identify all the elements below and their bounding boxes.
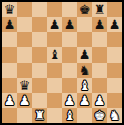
square-d5[interactable]: ♝ — [47, 47, 62, 62]
square-h7[interactable]: ♟ — [107, 17, 122, 32]
square-a5[interactable] — [2, 47, 17, 62]
square-h3[interactable] — [107, 78, 122, 93]
square-e5[interactable] — [62, 47, 77, 62]
piece-white-pawn[interactable]: ♟ — [64, 94, 76, 107]
piece-white-pawn[interactable]: ♟ — [79, 94, 91, 107]
piece-white-bishop[interactable]: ♝ — [79, 79, 91, 92]
board-frame: ♛♚♜♟♟♟♟♟♝♟♞♛♝♟♟♟♟♟♜♝♚♞ — [0, 0, 124, 125]
square-g2[interactable]: ♟ — [92, 93, 107, 108]
square-c4[interactable] — [32, 63, 47, 78]
square-a7[interactable]: ♟ — [2, 17, 17, 32]
piece-black-pawn[interactable]: ♟ — [64, 18, 76, 31]
square-h8[interactable] — [107, 2, 122, 17]
square-c6[interactable] — [32, 32, 47, 47]
piece-black-pawn[interactable]: ♟ — [94, 18, 106, 31]
square-h5[interactable] — [107, 47, 122, 62]
square-c7[interactable] — [32, 17, 47, 32]
square-b6[interactable] — [17, 32, 32, 47]
piece-black-queen[interactable]: ♛ — [19, 79, 31, 92]
piece-white-pawn[interactable]: ♟ — [94, 94, 106, 107]
square-b1[interactable] — [17, 108, 32, 123]
square-f2[interactable]: ♟ — [77, 93, 92, 108]
square-a2[interactable]: ♟ — [2, 93, 17, 108]
piece-white-king[interactable]: ♚ — [94, 109, 106, 122]
square-g8[interactable]: ♜ — [92, 2, 107, 17]
square-c2[interactable] — [32, 93, 47, 108]
square-d8[interactable] — [47, 2, 62, 17]
square-f7[interactable] — [77, 17, 92, 32]
piece-black-king[interactable]: ♚ — [79, 3, 91, 16]
square-e2[interactable]: ♟ — [62, 93, 77, 108]
square-e7[interactable]: ♟ — [62, 17, 77, 32]
square-h2[interactable] — [107, 93, 122, 108]
square-f3[interactable]: ♝ — [77, 78, 92, 93]
square-d4[interactable] — [47, 63, 62, 78]
square-a1[interactable] — [2, 108, 17, 123]
square-d7[interactable]: ♟ — [47, 17, 62, 32]
square-g3[interactable] — [92, 78, 107, 93]
square-a6[interactable] — [2, 32, 17, 47]
square-f6[interactable] — [77, 32, 92, 47]
piece-white-pawn[interactable]: ♟ — [19, 94, 31, 107]
square-a3[interactable] — [2, 78, 17, 93]
piece-black-pawn[interactable]: ♟ — [4, 18, 16, 31]
square-g6[interactable] — [92, 32, 107, 47]
piece-white-knight[interactable]: ♞ — [109, 109, 121, 122]
square-b4[interactable] — [17, 63, 32, 78]
square-f1[interactable] — [77, 108, 92, 123]
square-e3[interactable] — [62, 78, 77, 93]
piece-black-pawn[interactable]: ♟ — [109, 18, 121, 31]
square-e6[interactable] — [62, 32, 77, 47]
square-c5[interactable] — [32, 47, 47, 62]
piece-black-bishop[interactable]: ♝ — [49, 48, 61, 61]
square-g5[interactable] — [92, 47, 107, 62]
square-b7[interactable] — [17, 17, 32, 32]
chess-board: ♛♚♜♟♟♟♟♟♝♟♞♛♝♟♟♟♟♟♜♝♚♞ — [2, 2, 122, 123]
square-f4[interactable]: ♞ — [77, 63, 92, 78]
square-c3[interactable] — [32, 78, 47, 93]
square-f8[interactable]: ♚ — [77, 2, 92, 17]
square-b8[interactable] — [17, 2, 32, 17]
square-a4[interactable] — [2, 63, 17, 78]
square-h1[interactable]: ♞ — [107, 108, 122, 123]
square-c1[interactable]: ♜ — [32, 108, 47, 123]
piece-black-rook[interactable]: ♜ — [94, 3, 106, 16]
square-d3[interactable] — [47, 78, 62, 93]
square-b5[interactable] — [17, 47, 32, 62]
piece-white-pawn[interactable]: ♟ — [4, 94, 16, 107]
square-d6[interactable] — [47, 32, 62, 47]
square-h6[interactable] — [107, 32, 122, 47]
square-f5[interactable]: ♟ — [77, 47, 92, 62]
square-d1[interactable] — [47, 108, 62, 123]
square-a8[interactable]: ♛ — [2, 2, 17, 17]
square-c8[interactable] — [32, 2, 47, 17]
square-g4[interactable] — [92, 63, 107, 78]
piece-black-queen[interactable]: ♛ — [4, 3, 16, 16]
square-b2[interactable]: ♟ — [17, 93, 32, 108]
square-e1[interactable]: ♝ — [62, 108, 77, 123]
square-d2[interactable] — [47, 93, 62, 108]
piece-black-pawn[interactable]: ♟ — [49, 18, 61, 31]
square-e8[interactable] — [62, 2, 77, 17]
square-b3[interactable]: ♛ — [17, 78, 32, 93]
square-e4[interactable] — [62, 63, 77, 78]
square-h4[interactable] — [107, 63, 122, 78]
piece-white-bishop[interactable]: ♝ — [64, 109, 76, 122]
piece-white-rook[interactable]: ♜ — [34, 109, 46, 122]
square-g1[interactable]: ♚ — [92, 108, 107, 123]
piece-black-knight[interactable]: ♞ — [79, 64, 91, 77]
square-g7[interactable]: ♟ — [92, 17, 107, 32]
piece-black-pawn[interactable]: ♟ — [79, 48, 91, 61]
